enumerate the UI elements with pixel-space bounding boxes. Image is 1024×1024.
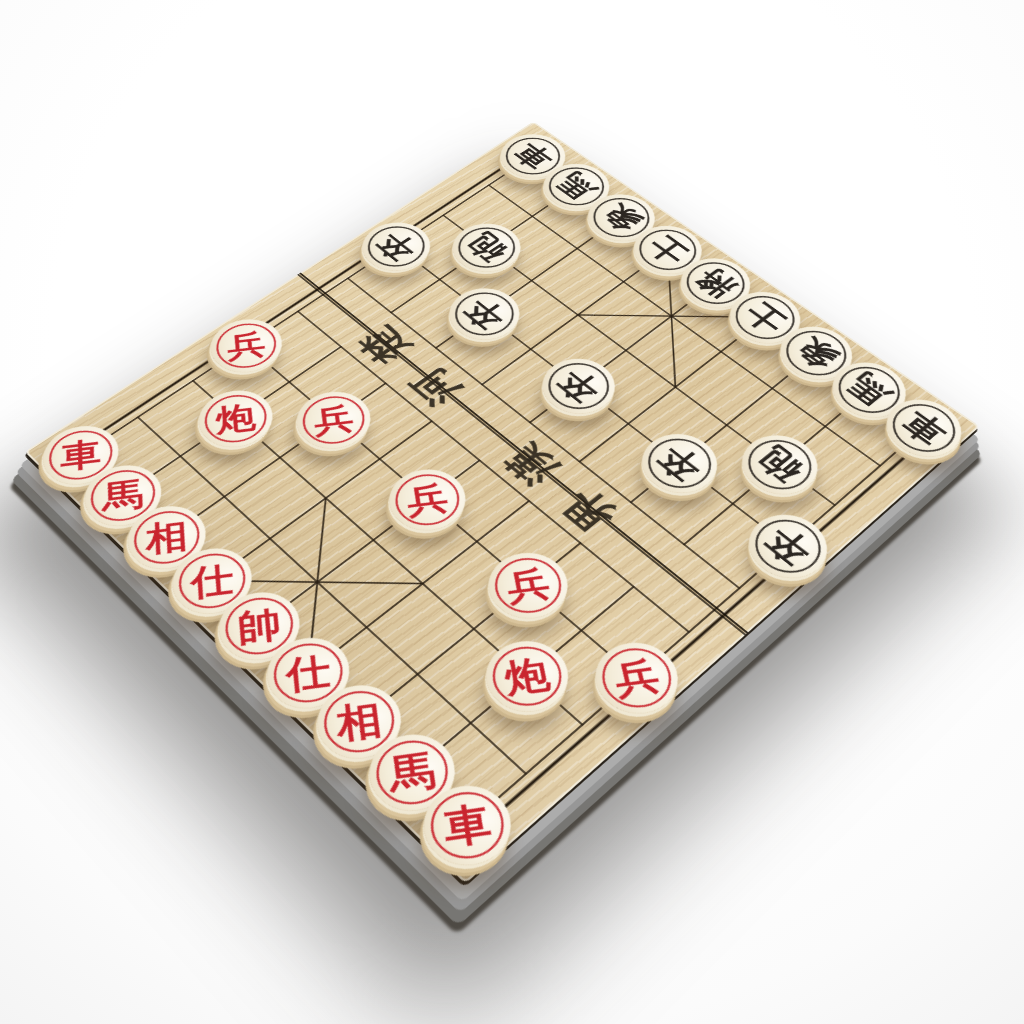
board-perspective-wrap: 楚河 漢界 車馬象士將士象馬車砲砲卒卒卒卒卒兵兵兵兵兵炮炮車馬相仕帥仕相馬車 bbox=[25, 121, 980, 883]
piece-character: 兵 bbox=[589, 638, 686, 719]
product-photo-scene: 楚河 漢界 車馬象士將士象馬車砲砲卒卒卒卒卒兵兵兵兵兵炮炮車馬相仕帥仕相馬車 bbox=[0, 0, 1024, 1024]
piece-character: 炮 bbox=[197, 387, 275, 452]
piece-character: 兵 bbox=[483, 548, 574, 623]
piece-character: 炮 bbox=[481, 636, 575, 717]
piece-character: 車 bbox=[419, 780, 517, 871]
piece-character: 兵 bbox=[385, 465, 470, 534]
piece-character: 兵 bbox=[294, 388, 374, 453]
xiangqi-board: 楚河 漢界 車馬象士將士象馬車砲砲卒卒卒卒卒兵兵兵兵兵炮炮車馬相仕帥仕相馬車 bbox=[25, 121, 980, 883]
piece-character: 兵 bbox=[209, 316, 285, 376]
